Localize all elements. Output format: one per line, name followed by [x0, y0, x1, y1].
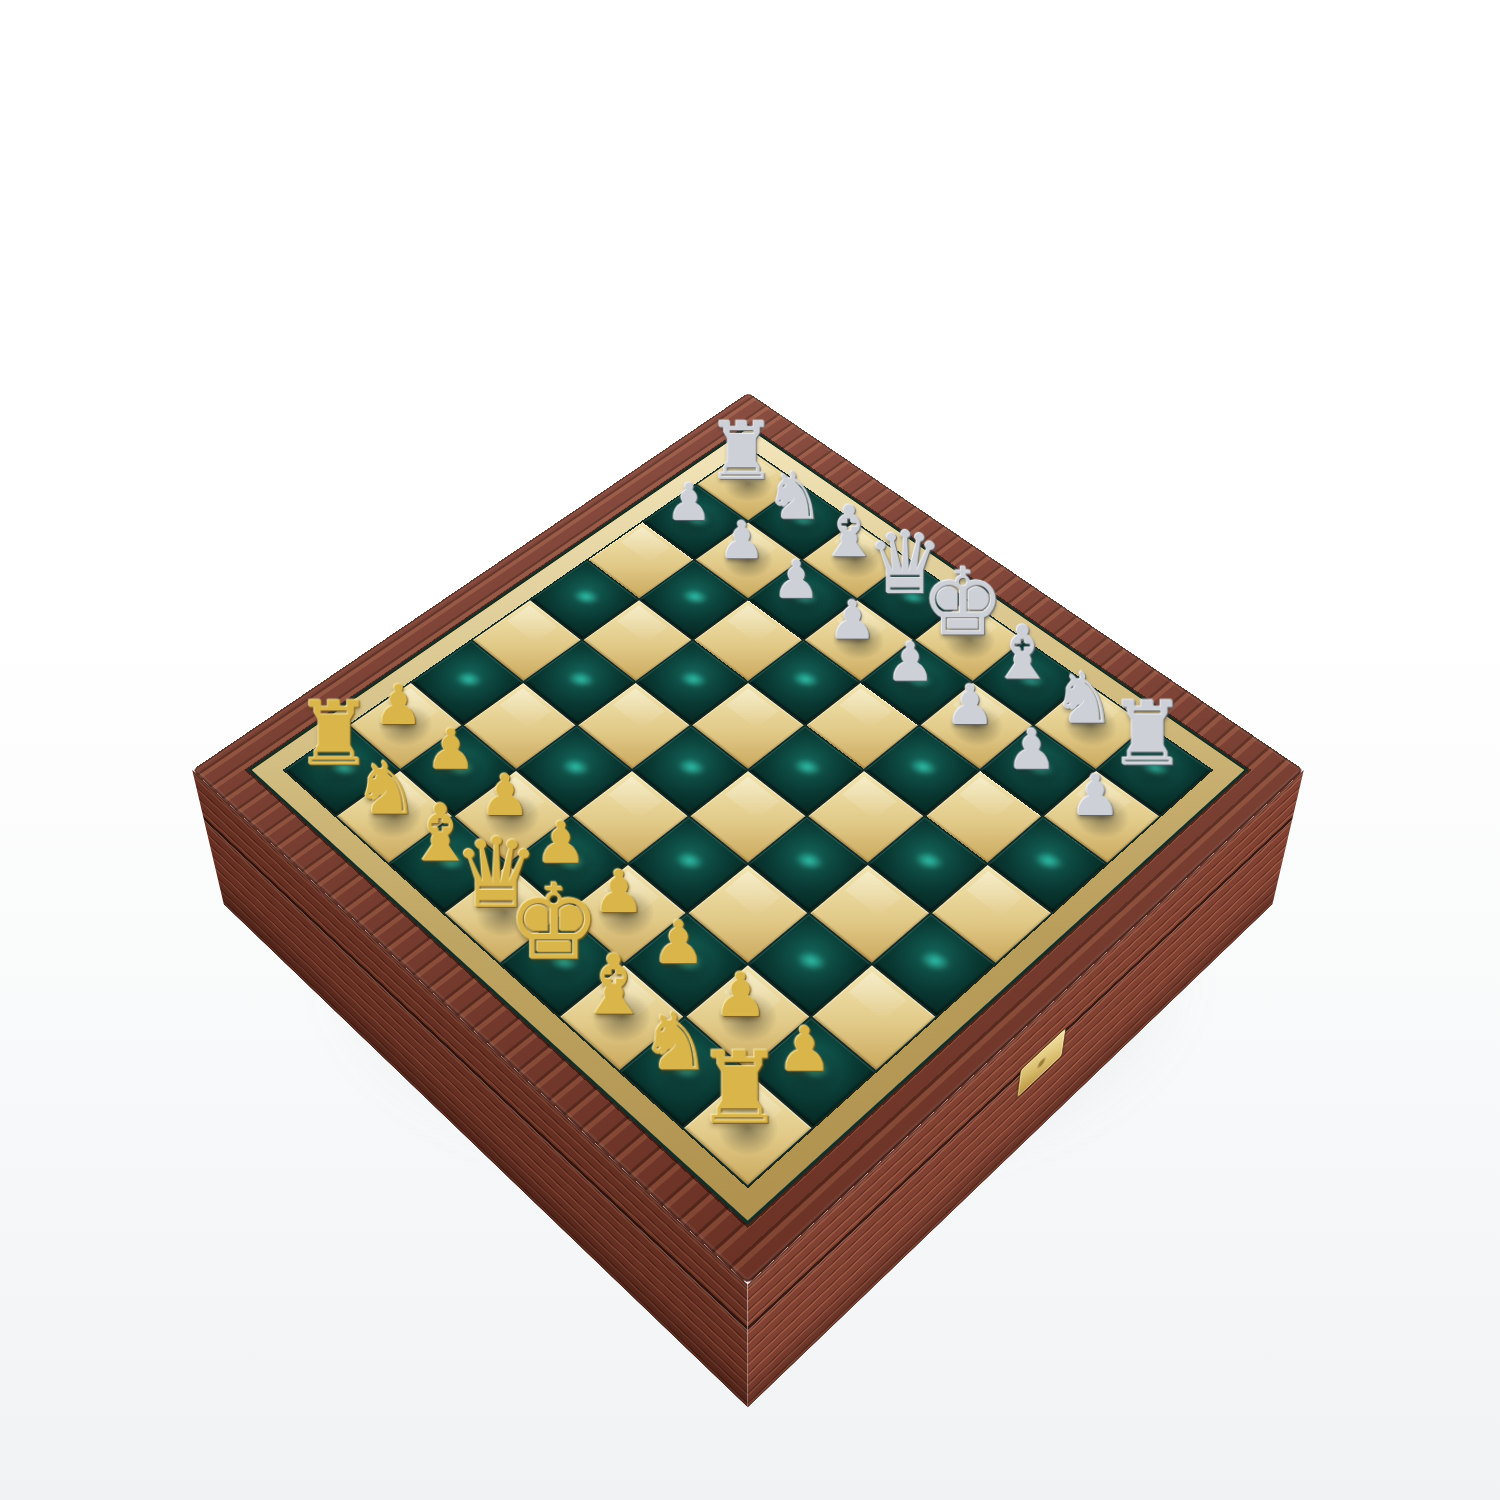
square-f4[interactable]	[749, 817, 866, 912]
product-photo-scene: ♜♞♝♛♚♝♞♜♟♟♟♟♟♟♟♟♟♟♟♟♟♟♟♟♜♞♝♛♚♝♞♜	[0, 0, 1500, 1500]
clasp	[1017, 1028, 1066, 1099]
square-e5[interactable]	[749, 726, 862, 815]
square-h6[interactable]	[989, 817, 1106, 912]
square-h1[interactable]: ♜	[684, 1073, 811, 1185]
gold-rook-h1[interactable]: ♜	[661, 1044, 819, 1135]
clasp-logo-icon	[1035, 1057, 1049, 1070]
silver-pawn-h7[interactable]: ♟	[1024, 769, 1167, 821]
